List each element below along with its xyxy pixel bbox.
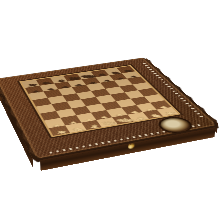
piece-light-pawn[interactable]: ♟ <box>42 124 72 127</box>
piece-dark-pawn[interactable]: ♟ <box>22 90 49 92</box>
piece-dark-rook[interactable]: ♜ <box>19 84 46 87</box>
brass-clasp-latch <box>129 143 135 149</box>
board-field: ♜♞♝♛♚♝♞♜♟♟♟♟♟♟♟♟♟♟♟♟♟♟♟♟♜♞♝♛♚♝♞♜ <box>21 66 178 136</box>
product-photo: ♜♞♝♛♚♝♞♜♟♟♟♟♟♟♟♟♟♟♟♟♟♟♟♟♜♞♝♛♚♝♞♜ <box>0 0 220 200</box>
piece-light-rook[interactable]: ♜ <box>46 131 77 135</box>
